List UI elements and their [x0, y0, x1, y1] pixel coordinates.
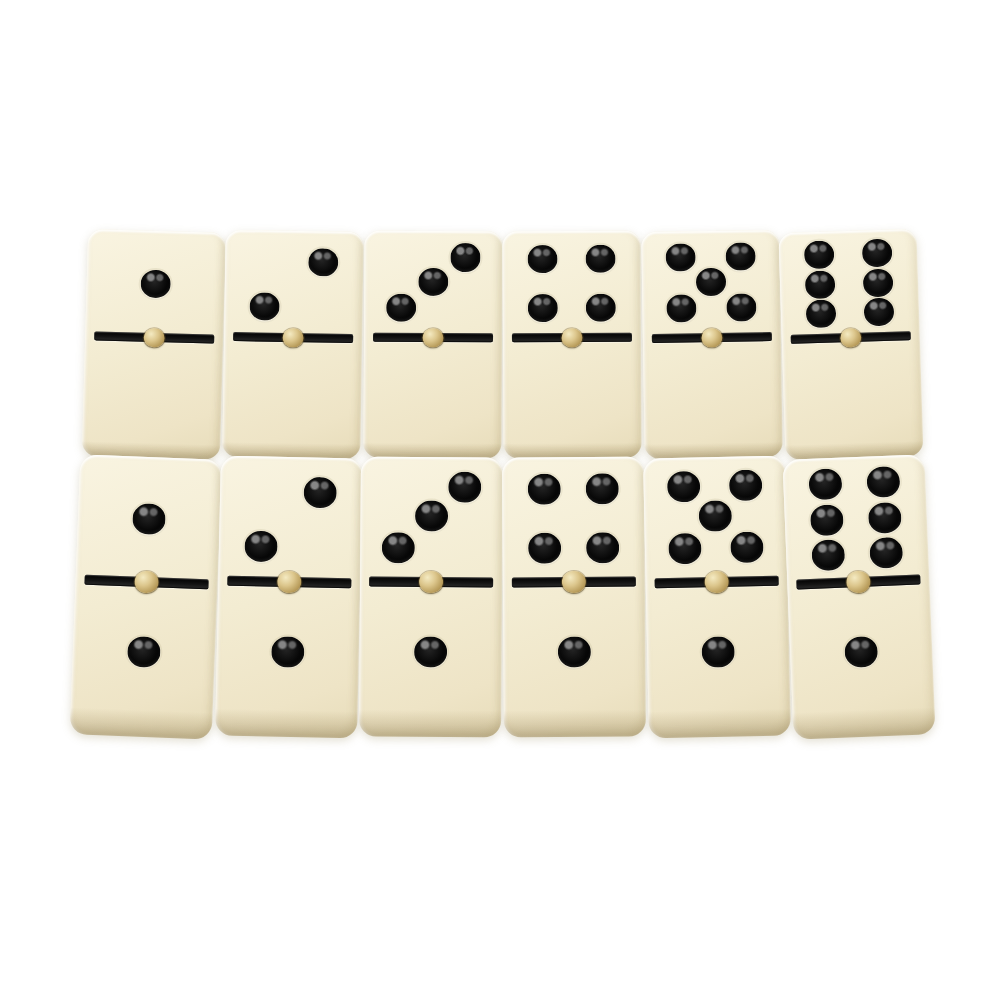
- tile-top-half: [93, 238, 219, 328]
- pip: [386, 294, 416, 322]
- pip: [666, 243, 696, 272]
- divider-bar: [655, 576, 779, 589]
- pip: [585, 245, 615, 273]
- divider-bar: [791, 331, 911, 344]
- pip: [250, 292, 280, 321]
- pip: [804, 240, 835, 269]
- spinner-pin: [134, 571, 159, 594]
- tile-bottom-half: [510, 594, 639, 710]
- tile-front-edge: [648, 708, 791, 738]
- tile-top-half: [509, 240, 633, 328]
- tile-front-edge: [793, 707, 936, 740]
- pip: [701, 636, 735, 668]
- pip: [811, 539, 845, 571]
- tile-bottom-half: [229, 348, 354, 443]
- pip: [729, 469, 763, 501]
- divider-bar: [369, 577, 493, 588]
- pip: [868, 501, 902, 533]
- domino-tile-4-0[interactable]: [502, 231, 641, 459]
- tile-top-half: [367, 466, 496, 572]
- tile-top-half: [231, 239, 356, 328]
- pip: [698, 501, 732, 533]
- pip: [668, 533, 702, 565]
- tile-bottom-half: [366, 594, 495, 710]
- divider-bar: [512, 577, 636, 588]
- pip: [726, 293, 756, 322]
- pip: [667, 471, 701, 503]
- pip: [381, 532, 414, 563]
- pip: [696, 267, 726, 296]
- divider-bar: [652, 332, 772, 343]
- pip: [806, 299, 837, 328]
- tile-top-half: [226, 465, 356, 573]
- tile-top-half: [83, 464, 215, 574]
- pip: [808, 468, 842, 500]
- spinner-pin: [562, 571, 586, 593]
- tile-bottom-half: [795, 591, 928, 711]
- tile-bottom-half: [89, 347, 216, 443]
- pip: [809, 504, 843, 536]
- domino-tile-6-1[interactable]: [782, 454, 935, 739]
- tile-bottom-half: [653, 593, 783, 711]
- tile-top-half: [790, 464, 922, 574]
- spinner-pin: [704, 571, 728, 594]
- spinner-pin: [282, 328, 303, 348]
- pip: [132, 502, 166, 534]
- tile-bottom-half: [370, 349, 494, 443]
- pip: [451, 243, 481, 271]
- pip: [271, 636, 305, 668]
- pip: [418, 268, 448, 296]
- pip: [586, 532, 619, 563]
- tile-top-half: [648, 239, 773, 328]
- domino-tile-2-0[interactable]: [222, 230, 364, 459]
- domino-tile-1-1[interactable]: [70, 454, 223, 739]
- divider-bar: [233, 332, 353, 343]
- tile-top-half: [650, 465, 780, 573]
- tile-bottom-half: [78, 592, 210, 712]
- divider-bar: [227, 576, 351, 589]
- pip: [666, 294, 696, 323]
- domino-tile-2-1[interactable]: [215, 456, 363, 739]
- domino-tile-3-0[interactable]: [363, 231, 502, 459]
- spinner-pin: [561, 328, 582, 347]
- pip: [308, 248, 338, 277]
- pip: [140, 269, 171, 298]
- pip: [244, 530, 278, 562]
- spinner-pin: [143, 328, 165, 348]
- pip: [862, 268, 893, 297]
- tile-front-edge: [359, 710, 501, 738]
- divider-bar: [373, 333, 493, 343]
- divider-bar: [512, 333, 632, 343]
- pip: [528, 245, 558, 273]
- pip: [415, 501, 448, 532]
- pip: [127, 635, 161, 667]
- pip: [528, 532, 561, 563]
- divider-bar: [94, 331, 214, 343]
- pip: [870, 537, 904, 569]
- spinner-pin: [840, 328, 862, 348]
- tile-top-half: [371, 240, 495, 328]
- pip: [730, 531, 764, 563]
- spinner-pin: [701, 328, 722, 348]
- pip: [585, 294, 615, 322]
- spinner-pin: [846, 571, 871, 594]
- domino-board: [0, 0, 1001, 1001]
- tile-front-edge: [215, 708, 358, 738]
- pip: [558, 636, 591, 667]
- spinner-pin: [277, 571, 301, 594]
- tile-bottom-half: [650, 348, 775, 443]
- domino-tile-3-1[interactable]: [359, 457, 503, 738]
- pip: [805, 270, 836, 299]
- domino-tile-4-1[interactable]: [502, 457, 646, 738]
- pip: [448, 472, 481, 503]
- tile-front-edge: [504, 710, 646, 738]
- pip: [528, 294, 558, 322]
- tile-top-half: [509, 466, 638, 572]
- spinner-pin: [422, 328, 443, 347]
- pip: [414, 636, 447, 667]
- domino-tile-5-1[interactable]: [643, 456, 791, 739]
- tile-front-edge: [70, 707, 213, 739]
- pip: [863, 298, 894, 327]
- domino-tile-1-0[interactable]: [82, 229, 226, 460]
- divider-bar: [85, 575, 209, 590]
- tile-bottom-half: [510, 349, 634, 443]
- pip: [844, 635, 878, 667]
- tile-bottom-half: [223, 593, 353, 711]
- tile-top-half: [786, 238, 913, 329]
- pip: [725, 242, 755, 271]
- divider-bar: [796, 575, 920, 590]
- pip: [586, 473, 619, 504]
- domino-tile-6-0[interactable]: [778, 229, 923, 460]
- pip: [304, 477, 338, 509]
- pip: [527, 474, 560, 505]
- pip: [861, 238, 892, 267]
- spinner-pin: [419, 571, 443, 593]
- tile-bottom-half: [789, 347, 916, 444]
- domino-tile-5-0[interactable]: [641, 230, 783, 459]
- pip: [867, 466, 901, 498]
